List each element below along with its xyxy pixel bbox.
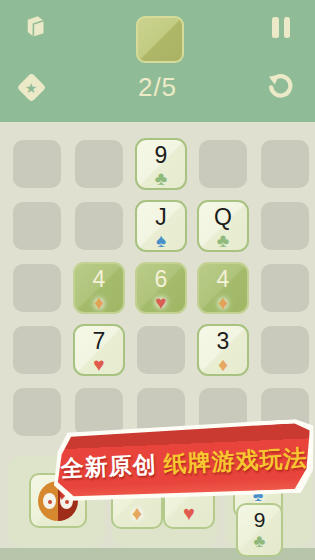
diamond-suit-icon: ♦	[218, 293, 228, 312]
board-card-4-diamond[interactable]: 4♦	[73, 262, 125, 314]
board-cell[interactable]	[261, 140, 309, 188]
banner-text-yellow: 纸牌游戏玩法	[163, 442, 308, 479]
heart-suit-icon: ♥	[93, 355, 104, 374]
board-cell[interactable]	[199, 140, 247, 188]
heart-suit-icon: ♥	[183, 503, 195, 523]
game-screen: ★ 2/5 9♣J♠Q♣4♦6♥4♦7♥3♦ 5 ♦ J ♥ ♠ 9 ♣	[0, 0, 315, 560]
spade-suit-icon: ♠	[156, 231, 166, 250]
header-bar: ★ 2/5	[0, 0, 315, 122]
board-cell[interactable]	[13, 140, 61, 188]
pause-bar	[284, 17, 291, 38]
club-suit-icon: ♣	[217, 231, 229, 250]
board-card-Q-club[interactable]: Q♣	[197, 200, 249, 252]
board-card-7-heart[interactable]: 7♥	[73, 324, 125, 376]
card-rank: Q	[214, 206, 232, 229]
board-cell[interactable]	[13, 264, 61, 312]
board-cell[interactable]	[261, 264, 309, 312]
board-cell[interactable]	[13, 202, 61, 250]
banner-text-white: 全新原创	[60, 449, 157, 484]
diamond-suit-icon: ♦	[94, 293, 104, 312]
card-rank: 4	[93, 268, 106, 291]
pause-button[interactable]	[272, 17, 290, 38]
diamond-suit-icon: ♦	[218, 355, 228, 374]
board-card-3-diamond[interactable]: 3♦	[197, 324, 249, 376]
diamond-suit-icon: ♦	[132, 503, 142, 523]
board-cell[interactable]	[75, 202, 123, 250]
board-cell[interactable]	[13, 326, 61, 374]
card-rank: 6	[155, 268, 168, 291]
board-cell[interactable]	[261, 326, 309, 374]
heart-suit-icon: ♥	[155, 293, 166, 312]
card-rank: 7	[93, 330, 106, 353]
board-cell[interactable]	[261, 202, 309, 250]
club-suit-icon: ♣	[155, 169, 167, 188]
board-cell[interactable]	[137, 326, 185, 374]
hand-card-9-club[interactable]: 9 ♣	[236, 503, 283, 557]
card-rank: 9	[155, 144, 168, 167]
pause-bar	[272, 17, 279, 38]
undo-arrow-icon[interactable]	[266, 72, 294, 100]
card-rank: 3	[217, 330, 230, 353]
board-card-4-diamond[interactable]: 4♦	[197, 262, 249, 314]
board-card-6-heart[interactable]: 6♥	[135, 262, 187, 314]
board-card-9-club[interactable]: 9♣	[135, 138, 187, 190]
board-card-J-spade[interactable]: J♠	[135, 200, 187, 252]
card-rank: 4	[217, 268, 230, 291]
club-suit-icon: ♣	[254, 532, 266, 550]
board-cell[interactable]	[75, 140, 123, 188]
promo-banner: 全新原创 纸牌游戏玩法	[52, 418, 315, 503]
card-rank: J	[155, 206, 167, 229]
deck-book-icon[interactable]	[21, 14, 48, 41]
card-rank: 9	[254, 509, 266, 530]
next-card-slot[interactable]	[136, 16, 184, 63]
